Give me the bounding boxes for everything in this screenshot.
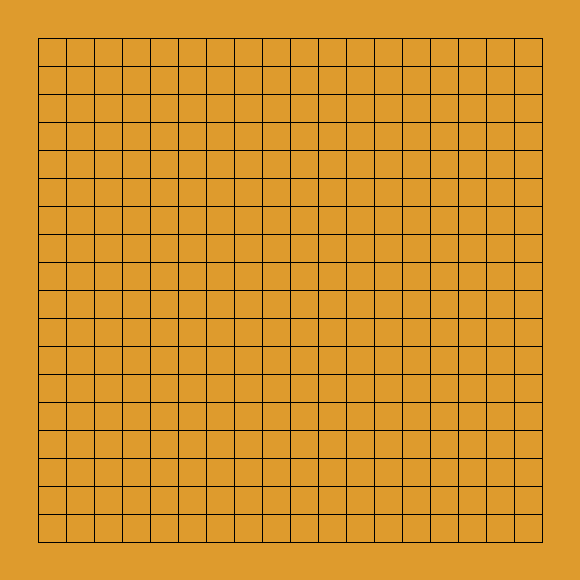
go-board-screen: [0, 0, 580, 580]
go-board[interactable]: [24, 24, 556, 556]
